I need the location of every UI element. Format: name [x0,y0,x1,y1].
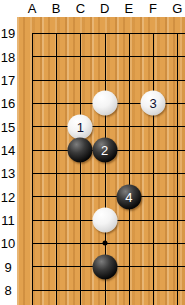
row-label-13: 13 [1,167,15,180]
grid-cell [32,56,56,79]
column-label-b: B [52,2,61,15]
stone-white-c15[interactable]: 1 [68,114,93,139]
grid-cell [56,266,80,289]
grid-cell [105,290,129,305]
grid-cell [105,56,129,79]
grid-cell [32,220,56,243]
grid-cell [153,33,177,56]
column-label-g: G [172,2,182,15]
stone-number: 4 [125,190,132,203]
stone-white-d16[interactable] [92,91,117,116]
grid-cell [80,33,104,56]
grid-cell [177,56,185,79]
grid-cell [153,266,177,289]
row-label-10: 10 [1,237,15,250]
stone-number: 3 [149,97,156,110]
go-board[interactable]: 3124 [17,17,185,305]
row-label-14: 14 [1,143,15,156]
grid-cell [32,243,56,266]
grid-cell [80,56,104,79]
row-label-12: 12 [1,190,15,203]
grid-cell [177,150,185,173]
row-label-15: 15 [1,120,15,133]
grid-cell [177,103,185,126]
grid-cell [129,243,153,266]
grid-cell [153,173,177,196]
grid-cell [177,173,185,196]
grid-cell [177,196,185,219]
grid-cell [129,56,153,79]
row-label-17: 17 [1,73,15,86]
grid-cell [177,243,185,266]
grid-cell [129,266,153,289]
grid-cell [56,196,80,219]
stone-number: 1 [77,120,84,133]
row-label-16: 16 [1,97,15,110]
grid-cell [32,103,56,126]
grid-cell [153,196,177,219]
grid-cell [153,150,177,173]
go-diagram-screen: ABCDEFG 1918171615141312111098 3124 [0,0,185,305]
stone-black-c14[interactable] [68,137,93,162]
row-label-18: 18 [1,50,15,63]
star-point-d10 [102,241,107,246]
grid-cell [177,33,185,56]
grid-cell [32,196,56,219]
grid-cell [80,173,104,196]
grid-cell [56,56,80,79]
stone-white-d11[interactable] [92,207,117,232]
stone-black-e12[interactable]: 4 [116,184,141,209]
grid-cell [153,56,177,79]
grid-cell [177,80,185,103]
grid-cell [32,266,56,289]
grid-cell [177,290,185,305]
grid-cell [32,126,56,149]
grid-cell [32,33,56,56]
row-label-8: 8 [4,283,11,296]
grid-cell [56,290,80,305]
column-label-d: D [100,2,109,15]
grid-cell [56,33,80,56]
grid-cell [153,290,177,305]
grid-cell [32,80,56,103]
column-label-e: E [124,2,133,15]
grid-cell [56,220,80,243]
stone-white-f16[interactable]: 3 [141,91,166,116]
column-label-c: C [76,2,85,15]
grid-cell [56,80,80,103]
grid-cell [129,150,153,173]
grid-cell [105,33,129,56]
row-label-9: 9 [4,260,11,273]
grid-cell [129,220,153,243]
grid-cell [32,290,56,305]
column-label-a: A [28,2,37,15]
stone-number: 2 [101,143,108,156]
grid-cell [32,173,56,196]
grid-cell [56,173,80,196]
grid-cell [129,290,153,305]
grid-cell [129,126,153,149]
column-label-f: F [149,2,157,15]
grid-cell [80,290,104,305]
stone-black-d9[interactable] [92,254,117,279]
grid-cell [153,220,177,243]
row-label-19: 19 [1,27,15,40]
grid-cell [177,266,185,289]
grid-cell [177,126,185,149]
grid-cell [153,243,177,266]
row-label-11: 11 [1,213,15,226]
grid-cell [177,220,185,243]
stone-black-d14[interactable]: 2 [92,137,117,162]
grid-cell [153,126,177,149]
grid-cell [56,243,80,266]
grid-cell [129,33,153,56]
grid-cell [32,150,56,173]
